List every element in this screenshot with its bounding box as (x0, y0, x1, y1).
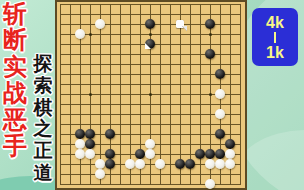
white-stone (205, 179, 216, 190)
hoshi-point (89, 33, 92, 36)
rank-to-label: 1k (266, 44, 284, 61)
black-stone (105, 129, 116, 140)
board-line (180, 4, 181, 185)
white-stone (135, 159, 146, 170)
white-stone (225, 159, 236, 170)
white-stone (225, 149, 236, 160)
hoshi-point (209, 93, 212, 96)
white-stone (75, 29, 86, 40)
board-line (190, 4, 191, 185)
white-stone (125, 159, 136, 170)
white-stone (95, 159, 106, 170)
black-stone (205, 149, 216, 160)
banner-char: 索 (34, 75, 53, 97)
white-stone (145, 139, 156, 150)
board-line (160, 4, 161, 185)
banner-char: 断 (3, 27, 27, 53)
rank-from-label: 4k (266, 14, 284, 31)
board-line (60, 124, 241, 125)
banner-char: 棋 (34, 97, 53, 119)
hoshi-point (209, 33, 212, 36)
black-stone (145, 19, 156, 30)
white-stone (85, 149, 96, 160)
hoshi-point (149, 33, 152, 36)
banner-char: 战 (3, 80, 27, 106)
black-stone (205, 49, 216, 60)
banner-char: 正 (34, 140, 53, 162)
hoshi-point (89, 93, 92, 96)
banner-char: 探 (34, 53, 53, 75)
go-board[interactable] (55, 0, 247, 190)
banner-char: 斩 (3, 1, 27, 27)
white-stone (145, 149, 156, 160)
black-stone (225, 139, 236, 150)
banner-char: 之 (34, 118, 53, 140)
black-stone (135, 149, 146, 160)
banner-text-primary: 斩断实战恶手 (0, 1, 30, 159)
board-line (240, 4, 241, 185)
board-line (60, 114, 241, 115)
white-stone (155, 159, 166, 170)
banner-char: 实 (3, 54, 27, 80)
banner-char: 手 (3, 133, 27, 159)
white-stone (95, 169, 106, 180)
white-stone (95, 19, 106, 30)
rank-separator (274, 32, 277, 43)
hoshi-point (149, 93, 152, 96)
white-stone (215, 159, 226, 170)
black-stone (215, 129, 226, 140)
black-stone (85, 139, 96, 150)
black-stone (195, 149, 206, 160)
board-line (170, 4, 171, 185)
banner-text-secondary: 探索棋之正道 (30, 53, 56, 184)
marked-move-triangle (145, 43, 151, 49)
black-stone (105, 149, 116, 160)
black-stone (105, 159, 116, 170)
board-line (60, 174, 241, 175)
banner-char: 道 (34, 162, 53, 184)
white-stone (215, 89, 226, 100)
black-stone (215, 149, 226, 160)
thumbnail-stage: 斩断实战恶手 探索棋之正道 4k 1k (0, 0, 304, 190)
black-stone (185, 159, 196, 170)
white-stone (75, 139, 86, 150)
black-stone (205, 19, 216, 30)
white-stone (75, 149, 86, 160)
black-stone (85, 129, 96, 140)
black-stone (75, 129, 86, 140)
black-stone (215, 69, 226, 80)
black-stone (175, 159, 186, 170)
white-stone (205, 159, 216, 170)
white-stone (215, 109, 226, 120)
rank-badge: 4k 1k (252, 8, 298, 66)
board-line (60, 104, 241, 105)
mouse-cursor-tip (182, 26, 187, 31)
banner-char: 恶 (3, 107, 27, 133)
